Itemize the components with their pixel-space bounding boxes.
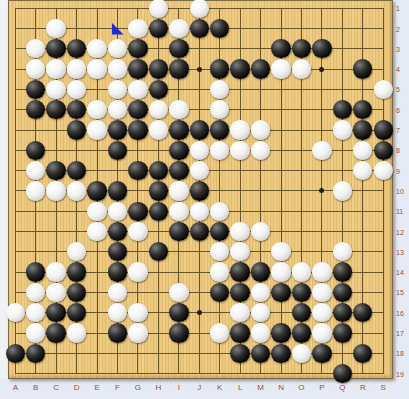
col-label-J: J — [197, 384, 201, 392]
col-label-D: D — [74, 384, 80, 392]
col-label-G: G — [135, 384, 141, 392]
row-label-9: 9 — [396, 168, 400, 175]
row-label-14: 14 — [396, 269, 404, 276]
row-label-10: 10 — [396, 188, 404, 195]
col-label-I: I — [178, 384, 180, 392]
col-label-M: M — [257, 384, 264, 392]
col-label-L: L — [238, 384, 242, 392]
row-label-13: 13 — [396, 249, 404, 256]
col-label-Q: Q — [339, 384, 345, 392]
row-label-5: 5 — [396, 86, 400, 93]
col-label-N: N — [278, 384, 284, 392]
col-label-P: P — [319, 384, 324, 392]
row-label-strip — [393, 0, 409, 399]
column-label-strip — [0, 379, 409, 399]
col-label-K: K — [217, 384, 222, 392]
row-label-7: 7 — [396, 127, 400, 134]
row-label-15: 15 — [396, 289, 404, 296]
go-board[interactable] — [8, 0, 393, 379]
col-label-A: A — [13, 384, 18, 392]
row-label-11: 11 — [396, 208, 403, 215]
row-label-4: 4 — [396, 66, 400, 73]
row-label-3: 3 — [396, 46, 400, 53]
col-label-B: B — [33, 384, 38, 392]
col-label-F: F — [115, 384, 120, 392]
col-label-R: R — [360, 384, 366, 392]
col-label-H: H — [155, 384, 161, 392]
go-board-window: ABCDEFGHIJKLMNOPQRS123456789101112131415… — [0, 0, 409, 399]
row-label-2: 2 — [396, 26, 400, 33]
row-label-8: 8 — [396, 147, 400, 154]
col-label-E: E — [94, 384, 99, 392]
col-label-O: O — [298, 384, 304, 392]
row-label-19: 19 — [396, 371, 404, 378]
col-label-S: S — [381, 384, 386, 392]
row-label-12: 12 — [396, 229, 404, 236]
wood-grain-texture — [9, 1, 392, 378]
row-label-6: 6 — [396, 107, 400, 114]
row-label-1: 1 — [396, 5, 400, 12]
col-label-C: C — [53, 384, 59, 392]
row-label-18: 18 — [396, 350, 404, 357]
row-label-17: 17 — [396, 330, 404, 337]
row-label-16: 16 — [396, 310, 404, 317]
